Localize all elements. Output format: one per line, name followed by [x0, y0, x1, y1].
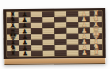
- square-h3[interactable]: [67, 50, 79, 56]
- square-h4[interactable]: [55, 50, 67, 56]
- board-trim: ♜♟♟♜♞♟♟♞♝♟♟♝♛♟♟♛♚♟♟♚♝♟♟♝♞♟♟♞♜♟♟♜: [6, 10, 103, 57]
- square-h1[interactable]: ♜: [90, 50, 102, 56]
- chess-board: ♜♟♟♜♞♟♟♞♝♟♟♝♛♟♟♛♚♟♟♚♝♟♟♝♞♟♟♞♜♟♟♜: [3, 8, 106, 65]
- board-side-edge: [4, 58, 105, 65]
- square-h2[interactable]: ♟: [78, 50, 90, 56]
- square-h6[interactable]: [31, 51, 43, 57]
- square-h5[interactable]: [43, 50, 55, 56]
- white-rook-piece[interactable]: ♜: [90, 48, 102, 55]
- product-photo: ♜♟♟♜♞♟♟♞♝♟♟♝♛♟♟♛♚♟♟♚♝♟♟♝♞♟♟♞♜♟♟♜: [0, 0, 110, 69]
- black-pawn-piece[interactable]: ♟: [19, 50, 31, 57]
- square-h7[interactable]: ♟: [19, 51, 31, 57]
- board-frame: ♜♟♟♜♞♟♟♞♝♟♟♝♛♟♟♛♚♟♟♚♝♟♟♝♞♟♟♞♜♟♟♜: [3, 8, 106, 59]
- black-rook-piece[interactable]: ♜: [7, 49, 19, 56]
- white-pawn-piece[interactable]: ♟: [78, 49, 90, 56]
- square-h8[interactable]: ♜: [7, 51, 19, 57]
